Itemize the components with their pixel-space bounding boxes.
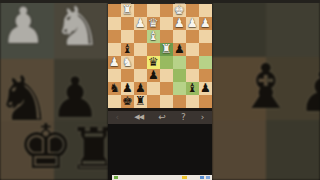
square-d8[interactable] xyxy=(160,95,173,108)
square-h2[interactable] xyxy=(108,17,121,30)
piece-wP-c2: ♟ xyxy=(173,17,186,30)
square-e1[interactable] xyxy=(147,4,160,17)
square-h6[interactable] xyxy=(108,69,121,82)
video-frame: ♟♞♞♟♚♜ ♝♟ ♜♚♟♛♟♟♟♝♝♜♟♟♞♛♟♞♟♟♝♟♚♜ ‹◀◀↩?› xyxy=(0,0,320,180)
piece-bB-b7: ♝ xyxy=(186,82,199,95)
background-white-pawn: ♟ xyxy=(1,1,46,51)
piece-bP-g7: ♟ xyxy=(121,82,134,95)
square-h1[interactable] xyxy=(108,4,121,17)
next-button[interactable]: › xyxy=(201,111,205,124)
piece-wP-a2: ♟ xyxy=(199,17,212,30)
ad-banner-icon xyxy=(114,176,118,179)
square-b8[interactable] xyxy=(186,95,199,108)
piece-wP-b2: ♟ xyxy=(186,17,199,30)
square-e2[interactable]: ♛ xyxy=(147,17,160,30)
piece-wK-c1: ♚ xyxy=(173,4,186,17)
background-black-bishop: ♝ xyxy=(238,56,294,118)
square-b7[interactable]: ♝ xyxy=(186,82,199,95)
square-f8[interactable]: ♜ xyxy=(134,95,147,108)
square-d2[interactable] xyxy=(160,17,173,30)
square-a7[interactable]: ♟ xyxy=(199,82,212,95)
rewind-button[interactable]: ◀◀ xyxy=(134,111,143,124)
background-square xyxy=(266,0,320,57)
puzzle-toolbar: ‹◀◀↩?› xyxy=(108,111,212,124)
undo-button[interactable]: ↩ xyxy=(158,111,166,124)
square-e7[interactable] xyxy=(147,82,160,95)
piece-bP-e6: ♟ xyxy=(147,69,160,82)
ad-banner-icon xyxy=(200,176,204,179)
square-c6[interactable] xyxy=(173,69,186,82)
square-a5[interactable] xyxy=(199,56,212,69)
square-e6[interactable]: ♟ xyxy=(147,69,160,82)
square-f2[interactable]: ♟ xyxy=(134,17,147,30)
prev-button[interactable]: ‹ xyxy=(116,111,120,124)
square-f6[interactable] xyxy=(134,69,147,82)
background-square xyxy=(212,0,266,57)
square-a1[interactable] xyxy=(199,4,212,17)
square-d6[interactable] xyxy=(160,69,173,82)
square-e3[interactable]: ♝ xyxy=(147,30,160,43)
piece-wQ-e2: ♛ xyxy=(147,17,160,30)
piece-bP-f7: ♟ xyxy=(134,82,147,95)
background-white-knight: ♞ xyxy=(53,0,101,54)
piece-wN-g5: ♞ xyxy=(121,56,134,69)
background-black-king: ♚ xyxy=(18,116,74,178)
square-c2[interactable]: ♟ xyxy=(173,17,186,30)
background-black-pawn-right: ♟ xyxy=(298,64,320,120)
square-b5[interactable] xyxy=(186,56,199,69)
piece-wP-h5: ♟ xyxy=(108,56,121,69)
square-g2[interactable] xyxy=(121,17,134,30)
square-a3[interactable] xyxy=(199,30,212,43)
square-f3[interactable] xyxy=(134,30,147,43)
square-e5[interactable]: ♛ xyxy=(147,56,160,69)
ad-banner[interactable] xyxy=(112,175,212,180)
piece-bK-g8: ♚ xyxy=(121,95,134,108)
square-f7[interactable]: ♟ xyxy=(134,82,147,95)
square-h4[interactable] xyxy=(108,43,121,56)
square-b3[interactable] xyxy=(186,30,199,43)
square-a2[interactable]: ♟ xyxy=(199,17,212,30)
square-d1[interactable] xyxy=(160,4,173,17)
square-c8[interactable] xyxy=(173,95,186,108)
piece-bP-c4: ♟ xyxy=(173,43,186,56)
piece-bQ-e5: ♛ xyxy=(147,56,160,69)
square-f1[interactable] xyxy=(134,4,147,17)
square-c1[interactable]: ♚ xyxy=(173,4,186,17)
square-e4[interactable] xyxy=(147,43,160,56)
square-f4[interactable] xyxy=(134,43,147,56)
piece-wR-g1: ♜ xyxy=(121,4,134,17)
square-e8[interactable] xyxy=(147,95,160,108)
background-square xyxy=(266,120,320,180)
hint-button[interactable]: ? xyxy=(181,111,186,124)
square-g3[interactable] xyxy=(121,30,134,43)
square-g6[interactable] xyxy=(121,69,134,82)
piece-bR-f8: ♜ xyxy=(134,95,147,108)
square-c3[interactable] xyxy=(173,30,186,43)
square-d4[interactable]: ♜ xyxy=(160,43,173,56)
piece-wR-d4: ♜ xyxy=(160,43,173,56)
piece-wP-f2: ♟ xyxy=(134,17,147,30)
chess-board[interactable]: ♜♚♟♛♟♟♟♝♝♜♟♟♞♛♟♞♟♟♝♟♚♜ xyxy=(108,4,212,108)
background-square xyxy=(212,120,266,180)
background-board-left: ♟♞♞♟♚♜ xyxy=(0,0,108,180)
square-c7[interactable] xyxy=(173,82,186,95)
square-a8[interactable] xyxy=(199,95,212,108)
background-board-right: ♝♟ xyxy=(212,0,320,180)
square-h7[interactable]: ♞ xyxy=(108,82,121,95)
square-b1[interactable] xyxy=(186,4,199,17)
square-b2[interactable]: ♟ xyxy=(186,17,199,30)
ad-banner-icon xyxy=(206,176,210,179)
top-letterbox-strip xyxy=(0,0,320,3)
square-c4[interactable]: ♟ xyxy=(173,43,186,56)
square-a6[interactable] xyxy=(199,69,212,82)
square-d5[interactable] xyxy=(160,56,173,69)
piece-bB-g4: ♝ xyxy=(121,43,134,56)
piece-wB-e3: ♝ xyxy=(147,30,160,43)
square-g5[interactable]: ♞ xyxy=(121,56,134,69)
square-g1[interactable]: ♜ xyxy=(121,4,134,17)
piece-bP-a7: ♟ xyxy=(199,82,212,95)
square-a4[interactable] xyxy=(199,43,212,56)
square-c5[interactable] xyxy=(173,56,186,69)
square-g7[interactable]: ♟ xyxy=(121,82,134,95)
square-h8[interactable] xyxy=(108,95,121,108)
lower-dark-area xyxy=(108,124,212,175)
square-g8[interactable]: ♚ xyxy=(121,95,134,108)
square-h3[interactable] xyxy=(108,30,121,43)
square-f5[interactable] xyxy=(134,56,147,69)
piece-bN-h7: ♞ xyxy=(108,82,121,95)
background-black-rook: ♜ xyxy=(68,120,108,178)
square-b4[interactable] xyxy=(186,43,199,56)
square-d7[interactable] xyxy=(160,82,173,95)
chess-app-column: ♜♚♟♛♟♟♟♝♝♜♟♟♞♛♟♞♟♟♝♟♚♜ ‹◀◀↩?› xyxy=(108,0,212,180)
square-b6[interactable] xyxy=(186,69,199,82)
square-h5[interactable]: ♟ xyxy=(108,56,121,69)
square-g4[interactable]: ♝ xyxy=(121,43,134,56)
square-d3[interactable] xyxy=(160,30,173,43)
ad-banner-icon xyxy=(182,176,187,179)
